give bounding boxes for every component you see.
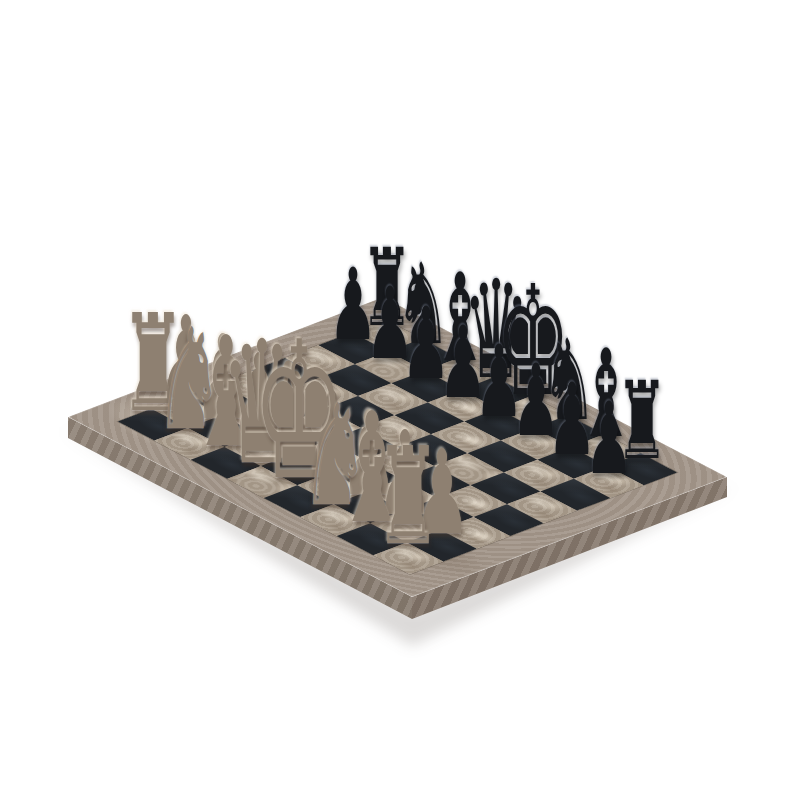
piece-layer: ♜♞♝♛♚♞♝♜♟♟♟♟♟♟♟♟♟♟♟♟♟♟♟♟♜♞♝♛♚♞♝♜ xyxy=(0,0,800,800)
product-photo-stage: ♜♞♝♛♚♞♝♜♟♟♟♟♟♟♟♟♟♟♟♟♟♟♟♟♜♞♝♛♚♞♝♜ xyxy=(0,0,800,800)
